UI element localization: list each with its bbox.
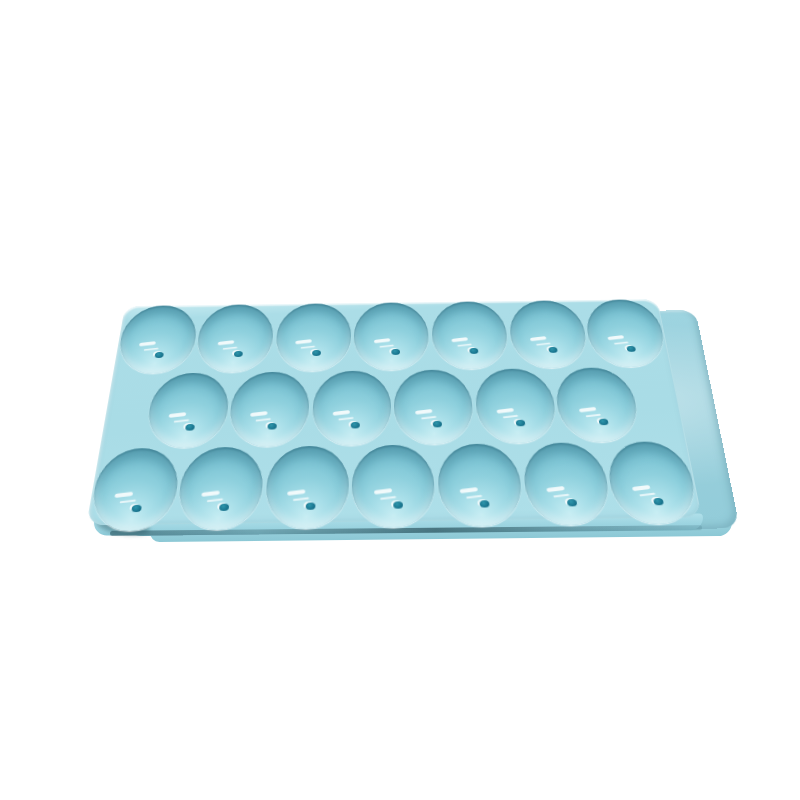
pit-r3c3[interactable] [264,446,350,530]
reflection-highlight [333,410,350,415]
pit-r1c1[interactable] [115,305,200,374]
drain-hole [516,419,526,426]
drain-hole [567,499,577,506]
reflection-highlight [415,409,432,414]
pit-r2c1[interactable] [143,372,230,448]
pit-r2c4[interactable] [394,369,475,445]
drain-hole [351,421,360,428]
reflection-highlight [452,337,469,342]
reflection-highlight [460,487,478,493]
drain-hole [393,501,403,508]
pit-r1c3[interactable] [274,303,351,372]
reflection-highlight [546,486,565,492]
reflection-highlight [169,412,186,418]
drain-hole [268,423,278,430]
drain-hole [627,345,637,351]
pit-r3c6[interactable] [521,442,613,526]
reflection-highlight [139,341,156,346]
drain-hole [598,418,608,425]
reflection-highlight [632,485,651,491]
pit-r1c2[interactable] [194,304,275,373]
pit-r2c5[interactable] [474,368,559,444]
drain-hole [131,504,142,511]
pit-r3c5[interactable] [437,443,525,527]
pit-r3c1[interactable] [87,448,182,532]
drain-hole [433,420,442,427]
main-tray [105,280,679,527]
reflection-highlight [217,340,233,345]
drain-hole [480,500,490,507]
reflection-highlight [287,490,305,496]
reflection-highlight [374,488,392,494]
pit-r1c5[interactable] [431,301,510,370]
drain-hole [219,503,229,510]
photo-background [0,0,800,800]
pit-r2c6[interactable] [553,367,642,443]
reflection-highlight [201,491,219,497]
reflection-highlight [115,492,133,498]
pit-r1c7[interactable] [583,299,669,368]
drain-hole [653,498,664,505]
drain-hole [233,351,242,357]
reflection-highlight [374,338,391,343]
pit-r1c6[interactable] [507,300,590,369]
reflection-highlight [295,339,312,344]
reflection-highlight [608,335,625,340]
pit-r3c7[interactable] [604,441,701,525]
drain-hole [185,424,195,431]
drain-hole [306,502,316,509]
tray-top-surface [86,299,702,525]
reflection-highlight [497,408,515,413]
pit-r2c2[interactable] [227,371,310,447]
drain-hole [312,350,321,356]
drain-hole [548,346,557,352]
reflection-highlight [530,336,547,341]
pit-r1c4[interactable] [354,302,430,371]
pit-r2c3[interactable] [311,370,391,446]
reflection-highlight [579,407,597,412]
pit-r3c2[interactable] [175,447,265,531]
pit-grid [86,299,702,525]
drain-hole [470,348,479,354]
drain-hole [391,349,400,355]
reflection-highlight [251,411,268,416]
pit-r3c4[interactable] [352,444,436,528]
drain-hole [154,352,164,358]
